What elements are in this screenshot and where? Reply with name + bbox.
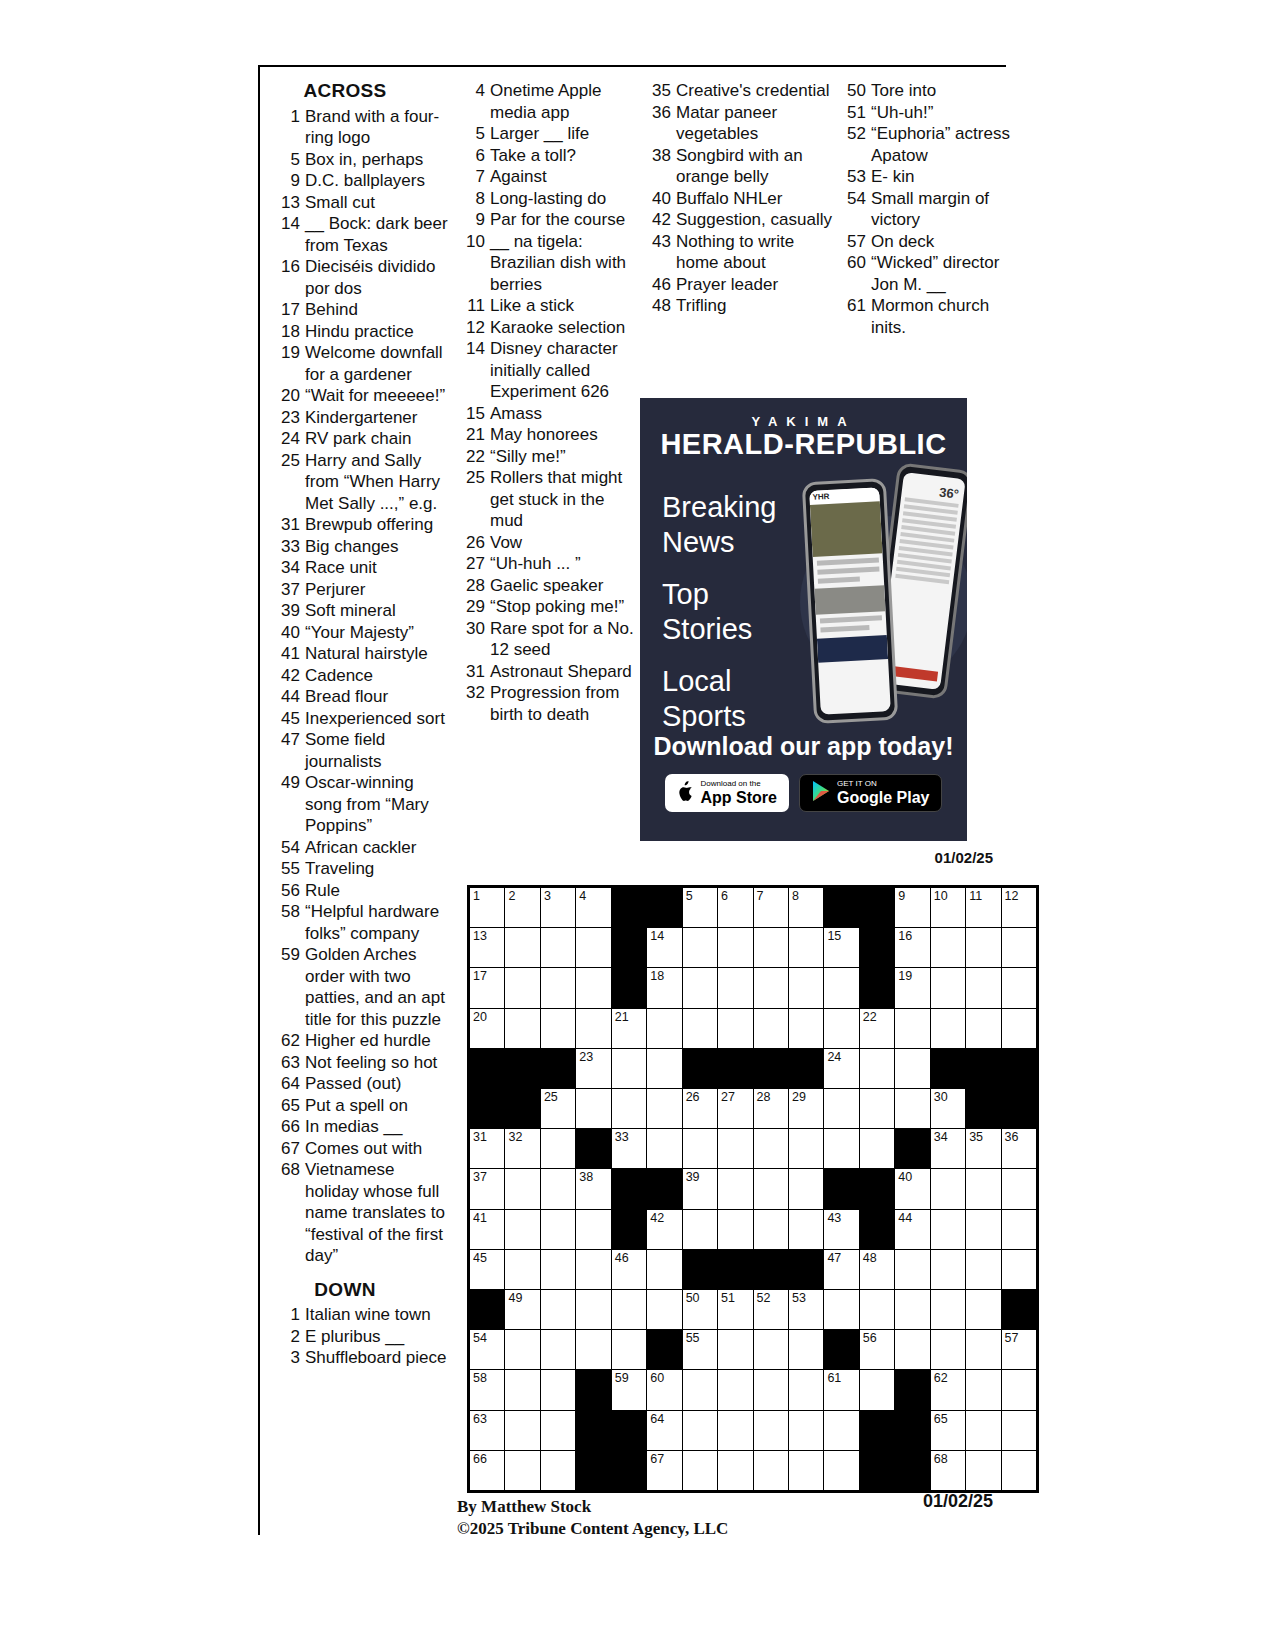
cell-number-54: 54: [473, 1331, 487, 1345]
clue-text: Shuffleboard piece: [305, 1347, 448, 1369]
black-cell-r7c13: [895, 1129, 929, 1168]
front-phone: YHR: [802, 478, 899, 724]
cell-number-4: 4: [579, 889, 586, 903]
black-cell-r8c12: [860, 1169, 894, 1208]
clue-text: Songbird with an orange belly: [676, 145, 835, 188]
across-clue-list: 1Brand with a four-ring logo5Box in, per…: [272, 106, 448, 1267]
clue-text: Against: [490, 166, 641, 188]
clue-down-57: 57On deck: [838, 231, 1012, 253]
cell-r13c16: [1002, 1370, 1036, 1409]
cell-r7c3: [541, 1129, 575, 1168]
ad-feature-breaking-news: BreakingNews: [662, 490, 776, 560]
clue-text: Karaoke selection: [490, 317, 641, 339]
puzzle-date-top: 01/02/25: [873, 849, 993, 866]
cell-r4c5: 21: [612, 1009, 646, 1048]
cell-number-17: 17: [473, 969, 487, 983]
clue-across-47: 47Some field journalists: [272, 729, 448, 772]
app-store-badge-big-text: App Store: [701, 790, 777, 806]
cell-r6c11: [824, 1089, 858, 1128]
apple-logo-icon: [677, 781, 694, 805]
black-cell-r10c8: [718, 1250, 752, 1289]
cell-r13c7: [683, 1370, 717, 1409]
ad-cta: Download our app today!: [640, 732, 967, 761]
clue-text: Dieciséis dividido por dos: [305, 256, 448, 299]
cell-r2c1: 13: [470, 928, 504, 967]
clue-down-42: 42Suggestion, casually: [643, 209, 835, 231]
clue-down-14: 14Disney character initially called Expe…: [457, 338, 641, 403]
cell-number-38: 38: [579, 1170, 593, 1184]
cell-r15c7: [683, 1451, 717, 1490]
cell-r8c13: 40: [895, 1169, 929, 1208]
clue-across-62: 62Higher ed hurdle: [272, 1030, 448, 1052]
puzzle-date-bottom: 01/02/25: [873, 1491, 993, 1512]
cell-r14c1: 63: [470, 1411, 504, 1450]
cell-r4c6: [647, 1009, 681, 1048]
cell-r11c11: [824, 1290, 858, 1329]
cell-r8c14: [931, 1169, 965, 1208]
clue-number: 19: [272, 342, 305, 385]
clue-text: __ na tigela: Brazilian dish with berrie…: [490, 231, 641, 296]
cell-r9c11: 43: [824, 1210, 858, 1249]
cell-r13c9: [754, 1370, 788, 1409]
cell-r7c16: 36: [1002, 1129, 1036, 1168]
cell-r4c2: [505, 1009, 539, 1048]
cell-number-35: 35: [969, 1130, 983, 1144]
google-play-badge-small-text: GET IT ON: [837, 780, 929, 788]
clue-across-49: 49Oscar-winning song from “Mary Poppins”: [272, 772, 448, 837]
cell-r2c7: [683, 928, 717, 967]
clue-number: 26: [457, 532, 490, 554]
phone-footer-block: [817, 635, 888, 663]
black-cell-r10c7: [683, 1250, 717, 1289]
black-cell-r5c14: [931, 1049, 965, 1088]
cell-r2c8: [718, 928, 752, 967]
cell-r5c13: [895, 1049, 929, 1088]
clue-number: 37: [272, 579, 305, 601]
black-cell-r13c13: [895, 1370, 929, 1409]
cell-r1c16: 12: [1002, 888, 1036, 927]
black-cell-r8c11: [824, 1169, 858, 1208]
clue-text: Higher ed hurdle: [305, 1030, 448, 1052]
cell-number-1: 1: [473, 889, 480, 903]
clue-across-19: 19Welcome downfall for a gardener: [272, 342, 448, 385]
clue-number: 47: [272, 729, 305, 772]
clue-text: Not feeling so hot: [305, 1052, 448, 1074]
clue-down-48: 48Trifling: [643, 295, 835, 317]
clue-across-34: 34Race unit: [272, 557, 448, 579]
cell-number-27: 27: [721, 1090, 735, 1104]
clue-down-51: 51“Uh-uh!”: [838, 102, 1012, 124]
black-cell-r9c12: [860, 1210, 894, 1249]
clue-text: “Wicked” director Jon M. __: [871, 252, 1012, 295]
clue-text: E- kin: [871, 166, 1012, 188]
black-cell-r12c11: [824, 1330, 858, 1369]
clue-number: 14: [272, 213, 305, 256]
clue-number: 11: [457, 295, 490, 317]
clue-text: Soft mineral: [305, 600, 448, 622]
cell-r9c2: [505, 1210, 539, 1249]
cell-r9c15: [966, 1210, 1000, 1249]
clue-across-13: 13Small cut: [272, 192, 448, 214]
black-cell-r14c5: [612, 1411, 646, 1450]
cell-number-60: 60: [650, 1371, 664, 1385]
ad-masthead: HERALD-REPUBLIC: [640, 428, 967, 461]
cell-r1c9: 7: [754, 888, 788, 927]
cell-r2c4: [576, 928, 610, 967]
clue-down-4: 4Onetime Apple media app: [457, 80, 641, 123]
black-cell-r3c5: [612, 968, 646, 1007]
clue-across-41: 41Natural hairstyle: [272, 643, 448, 665]
clue-text: Put a spell on: [305, 1095, 448, 1117]
cell-r15c8: [718, 1451, 752, 1490]
clue-down-1: 1Italian wine town: [272, 1304, 448, 1326]
cell-r8c9: [754, 1169, 788, 1208]
cell-r3c10: [789, 968, 823, 1007]
black-cell-r15c4: [576, 1451, 610, 1490]
clue-text: D.C. ballplayers: [305, 170, 448, 192]
clue-number: 7: [457, 166, 490, 188]
cell-number-46: 46: [615, 1251, 629, 1265]
clue-text: Astronaut Shepard: [490, 661, 641, 683]
cell-r10c5: 46: [612, 1250, 646, 1289]
clue-number: 23: [272, 407, 305, 429]
black-cell-r2c12: [860, 928, 894, 967]
cell-r2c3: [541, 928, 575, 967]
clue-text: Some field journalists: [305, 729, 448, 772]
clue-text: Take a toll?: [490, 145, 641, 167]
clue-text: Larger __ life: [490, 123, 641, 145]
clue-across-44: 44Bread flour: [272, 686, 448, 708]
cell-r6c12: [860, 1089, 894, 1128]
clue-across-9: 9D.C. ballplayers: [272, 170, 448, 192]
clue-text: Box in, perhaps: [305, 149, 448, 171]
cell-number-6: 6: [721, 889, 728, 903]
cell-number-43: 43: [827, 1211, 841, 1225]
cell-r3c7: [683, 968, 717, 1007]
cell-r2c2: [505, 928, 539, 967]
clue-number: 52: [838, 123, 871, 166]
cell-r1c2: 2: [505, 888, 539, 927]
cell-r4c14: [931, 1009, 965, 1048]
cell-number-50: 50: [686, 1291, 700, 1305]
cell-r2c9: [754, 928, 788, 967]
cell-r11c4: [576, 1290, 610, 1329]
cell-number-2: 2: [508, 889, 515, 903]
cell-r4c13: [895, 1009, 929, 1048]
cell-r12c1: 54: [470, 1330, 504, 1369]
clue-across-67: 67Comes out with: [272, 1138, 448, 1160]
cell-r5c5: [612, 1049, 646, 1088]
clue-down-54: 54Small margin of victory: [838, 188, 1012, 231]
black-cell-r12c6: [647, 1330, 681, 1369]
cell-number-5: 5: [686, 889, 693, 903]
clue-number: 9: [272, 170, 305, 192]
cell-r13c14: 62: [931, 1370, 965, 1409]
clue-down-31: 31Astronaut Shepard: [457, 661, 641, 683]
clue-down-28: 28Gaelic speaker: [457, 575, 641, 597]
clue-number: 42: [272, 665, 305, 687]
clue-number: 49: [272, 772, 305, 837]
cell-r3c13: 19: [895, 968, 929, 1007]
clue-number: 50: [838, 80, 871, 102]
cell-r10c2: [505, 1250, 539, 1289]
black-cell-r5c16: [1002, 1049, 1036, 1088]
cell-number-44: 44: [898, 1211, 912, 1225]
cell-r1c13: 9: [895, 888, 929, 927]
clue-across-64: 64Passed (out): [272, 1073, 448, 1095]
cell-r9c16: [1002, 1210, 1036, 1249]
black-cell-r14c12: [860, 1411, 894, 1450]
cell-r4c4: [576, 1009, 610, 1048]
clue-number: 9: [457, 209, 490, 231]
clue-text: Kindergartener: [305, 407, 448, 429]
clue-text: Vow: [490, 532, 641, 554]
cell-r11c8: 51: [718, 1290, 752, 1329]
black-cell-r5c2: [505, 1049, 539, 1088]
clue-number: 31: [457, 661, 490, 683]
cell-r3c2: [505, 968, 539, 1007]
clue-number: 5: [457, 123, 490, 145]
cell-number-57: 57: [1005, 1331, 1019, 1345]
app-store-badge-small-text: Download on the: [701, 780, 777, 788]
clue-number: 13: [272, 192, 305, 214]
cell-r7c5: 33: [612, 1129, 646, 1168]
clue-down-46: 46Prayer leader: [643, 274, 835, 296]
clue-number: 58: [272, 901, 305, 944]
clue-down-52: 52“Euphoria” actress Apatow: [838, 123, 1012, 166]
clue-across-59: 59Golden Arches order with two patties, …: [272, 944, 448, 1030]
clue-down-22: 22“Silly me!”: [457, 446, 641, 468]
clue-number: 10: [457, 231, 490, 296]
clue-number: 61: [838, 295, 871, 338]
clue-number: 2: [272, 1326, 305, 1348]
clue-number: 39: [272, 600, 305, 622]
black-cell-r6c2: [505, 1089, 539, 1128]
cell-r10c12: 48: [860, 1250, 894, 1289]
clue-number: 41: [272, 643, 305, 665]
cell-r9c14: [931, 1210, 965, 1249]
cell-r12c16: 57: [1002, 1330, 1036, 1369]
cell-r3c9: [754, 968, 788, 1007]
clue-text: Bread flour: [305, 686, 448, 708]
cell-r4c8: [718, 1009, 752, 1048]
clue-number: 22: [457, 446, 490, 468]
clue-number: 18: [272, 321, 305, 343]
cell-r7c1: 31: [470, 1129, 504, 1168]
ad-feature-list: BreakingNewsTopStoriesLocalSports: [662, 490, 776, 751]
cell-r14c16: [1002, 1411, 1036, 1450]
black-cell-r1c12: [860, 888, 894, 927]
cell-r11c5: [612, 1290, 646, 1329]
cell-r6c8: 27: [718, 1089, 752, 1128]
cell-number-61: 61: [827, 1371, 841, 1385]
cell-r6c5: [612, 1089, 646, 1128]
cell-r3c3: [541, 968, 575, 1007]
clue-text: Prayer leader: [676, 274, 835, 296]
cell-r11c6: [647, 1290, 681, 1329]
clue-down-61: 61Mormon church inits.: [838, 295, 1012, 338]
phone-weather-temp: 36°: [938, 485, 959, 502]
black-cell-r6c16: [1002, 1089, 1036, 1128]
clue-text: Rule: [305, 880, 448, 902]
cell-number-21: 21: [615, 1010, 629, 1024]
cell-r14c9: [754, 1411, 788, 1450]
cell-number-65: 65: [934, 1412, 948, 1426]
cell-number-40: 40: [898, 1170, 912, 1184]
clue-number: 25: [457, 467, 490, 532]
black-cell-r1c5: [612, 888, 646, 927]
black-cell-r10c10: [789, 1250, 823, 1289]
cell-number-25: 25: [544, 1090, 558, 1104]
clue-text: Cadence: [305, 665, 448, 687]
cell-r4c11: [824, 1009, 858, 1048]
clue-down-10: 10__ na tigela: Brazilian dish with berr…: [457, 231, 641, 296]
cell-r4c10: [789, 1009, 823, 1048]
cell-r8c4: 38: [576, 1169, 610, 1208]
newspaper-crossword-page: ACROSS 1Brand with a four-ring logo5Box …: [0, 0, 1265, 1638]
down-header: DOWN: [272, 1279, 418, 1301]
cell-r15c11: [824, 1451, 858, 1490]
clue-across-20: 20“Wait for meeeee!”: [272, 385, 448, 407]
cell-r6c10: 29: [789, 1089, 823, 1128]
cell-r9c4: [576, 1210, 610, 1249]
clue-number: 54: [838, 188, 871, 231]
cell-r1c7: 5: [683, 888, 717, 927]
clue-number: 40: [272, 622, 305, 644]
clue-number: 8: [457, 188, 490, 210]
cell-r10c14: [931, 1250, 965, 1289]
clue-number: 15: [457, 403, 490, 425]
cell-r11c10: 53: [789, 1290, 823, 1329]
cell-number-66: 66: [473, 1452, 487, 1466]
cell-r7c11: [824, 1129, 858, 1168]
cell-number-62: 62: [934, 1371, 948, 1385]
cell-r6c6: [647, 1089, 681, 1128]
clue-text: Small margin of victory: [871, 188, 1012, 231]
cell-r2c15: [966, 928, 1000, 967]
clue-across-56: 56Rule: [272, 880, 448, 902]
cell-r7c15: 35: [966, 1129, 1000, 1168]
cell-r7c9: [754, 1129, 788, 1168]
black-cell-r10c9: [754, 1250, 788, 1289]
clue-number: 27: [457, 553, 490, 575]
cell-r8c3: [541, 1169, 575, 1208]
cell-number-18: 18: [650, 969, 664, 983]
clue-down-32: 32Progression from birth to death: [457, 682, 641, 725]
black-cell-r15c5: [612, 1451, 646, 1490]
clue-number: 38: [643, 145, 676, 188]
cell-r11c13: [895, 1290, 929, 1329]
black-cell-r5c15: [966, 1049, 1000, 1088]
cell-r12c10: [789, 1330, 823, 1369]
cell-r10c6: [647, 1250, 681, 1289]
clue-across-16: 16Dieciséis dividido por dos: [272, 256, 448, 299]
cell-r8c16: [1002, 1169, 1036, 1208]
clue-down-60: 60“Wicked” director Jon M. __: [838, 252, 1012, 295]
cell-r13c2: [505, 1370, 539, 1409]
clue-down-53: 53E- kin: [838, 166, 1012, 188]
clue-text: Hindu practice: [305, 321, 448, 343]
clue-down-21: 21May honorees: [457, 424, 641, 446]
cell-number-39: 39: [686, 1170, 700, 1184]
clue-text: Traveling: [305, 858, 448, 880]
cell-r2c10: [789, 928, 823, 967]
clue-text: May honorees: [490, 424, 641, 446]
clue-text: On deck: [871, 231, 1012, 253]
cell-r9c8: [718, 1210, 752, 1249]
cell-number-42: 42: [650, 1211, 664, 1225]
clue-number: 55: [272, 858, 305, 880]
clue-text: Onetime Apple media app: [490, 80, 641, 123]
cell-r15c3: [541, 1451, 575, 1490]
cell-r11c15: [966, 1290, 1000, 1329]
ad-feature-top-stories: TopStories: [662, 577, 776, 647]
cell-r6c9: 28: [754, 1089, 788, 1128]
cell-number-49: 49: [508, 1291, 522, 1305]
clue-text: Disney character initially called Experi…: [490, 338, 641, 403]
cell-r7c8: [718, 1129, 752, 1168]
clue-across-18: 18Hindu practice: [272, 321, 448, 343]
clue-text: “Stop poking me!”: [490, 596, 641, 618]
black-cell-r5c10: [789, 1049, 823, 1088]
clue-number: 62: [272, 1030, 305, 1052]
cell-r1c4: 4: [576, 888, 610, 927]
cell-r12c4: [576, 1330, 610, 1369]
clue-text: RV park chain: [305, 428, 448, 450]
cell-r12c8: [718, 1330, 752, 1369]
cell-r12c9: [754, 1330, 788, 1369]
clue-text: Tore into: [871, 80, 1012, 102]
clue-number: 53: [838, 166, 871, 188]
cell-r2c11: 15: [824, 928, 858, 967]
clue-across-5: 5Box in, perhaps: [272, 149, 448, 171]
black-cell-r14c13: [895, 1411, 929, 1450]
clue-number: 30: [457, 618, 490, 661]
cell-r5c6: [647, 1049, 681, 1088]
clue-text: Vietnamese holiday whose full name trans…: [305, 1159, 448, 1267]
black-cell-r11c1: [470, 1290, 504, 1329]
clue-text: “Your Majesty”: [305, 622, 448, 644]
cell-number-23: 23: [579, 1050, 593, 1064]
clue-down-38: 38Songbird with an orange belly: [643, 145, 835, 188]
clue-across-17: 17Behind: [272, 299, 448, 321]
cell-r1c15: 11: [966, 888, 1000, 927]
clue-across-23: 23Kindergartener: [272, 407, 448, 429]
clue-text: Natural hairstyle: [305, 643, 448, 665]
cell-r13c15: [966, 1370, 1000, 1409]
clue-text: Nothing to write home about: [676, 231, 835, 274]
cell-r1c10: 8: [789, 888, 823, 927]
clue-number: 64: [272, 1073, 305, 1095]
clue-down-26: 26Vow: [457, 532, 641, 554]
clue-text: Rollers that might get stuck in the mud: [490, 467, 641, 532]
black-cell-r6c15: [966, 1089, 1000, 1128]
clue-down-43: 43Nothing to write home about: [643, 231, 835, 274]
cell-number-13: 13: [473, 929, 487, 943]
cell-r9c13: 44: [895, 1210, 929, 1249]
cell-number-52: 52: [757, 1291, 771, 1305]
cell-number-37: 37: [473, 1170, 487, 1184]
credits: By Matthew Stock ©2025 Tribune Content A…: [457, 1496, 728, 1540]
clue-number: 51: [838, 102, 871, 124]
black-cell-r13c4: [576, 1370, 610, 1409]
cell-r3c16: [1002, 968, 1036, 1007]
clue-number: 68: [272, 1159, 305, 1267]
clue-down-12: 12Karaoke selection: [457, 317, 641, 339]
cell-r10c3: [541, 1250, 575, 1289]
cell-r14c3: [541, 1411, 575, 1450]
clue-text: Small cut: [305, 192, 448, 214]
